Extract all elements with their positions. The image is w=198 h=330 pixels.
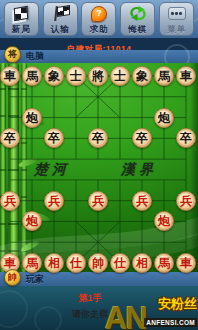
- resign-flag-icon: [53, 5, 68, 22]
- new-game-label: 新局: [12, 25, 31, 34]
- xiangqi-board[interactable]: 楚河 漢界 車馬象士將士象馬車炮炮卒卒卒卒卒兵兵兵兵兵炮炮車馬相仕帥仕相馬車: [0, 63, 198, 272]
- piece-red-advisor[interactable]: 仕: [66, 253, 86, 273]
- player-name: 玩家: [26, 272, 44, 286]
- xiangqi-app: 新局 认输 ? 求助 悔棋: [0, 0, 198, 330]
- undo-label: 悔棋: [128, 25, 147, 34]
- opponent-name: 电脑: [26, 50, 44, 63]
- opponent-seat-piece-icon: 将: [4, 46, 21, 63]
- board-grid: [0, 63, 198, 272]
- piece-red-elephant[interactable]: 相: [44, 253, 64, 273]
- piece-red-elephant[interactable]: 相: [132, 253, 152, 273]
- piece-black-horse[interactable]: 馬: [154, 66, 174, 86]
- piece-black-advisor[interactable]: 士: [66, 66, 86, 86]
- toolbar: 新局 认输 ? 求助 悔棋: [0, 0, 198, 38]
- resign-button[interactable]: 认输: [43, 2, 78, 36]
- help-question-icon: ?: [91, 5, 107, 22]
- new-game-button[interactable]: 新局: [4, 2, 39, 36]
- piece-red-soldier[interactable]: 兵: [0, 191, 20, 211]
- watermark-name: 安粉丝: [158, 295, 197, 313]
- opponent-bar: 将 电脑: [0, 50, 198, 63]
- piece-black-cannon[interactable]: 炮: [154, 108, 174, 128]
- piece-black-elephant[interactable]: 象: [132, 66, 152, 86]
- resign-label: 认输: [51, 25, 70, 34]
- piece-black-elephant[interactable]: 象: [44, 66, 64, 86]
- help-label: 求助: [89, 25, 108, 34]
- piece-red-chariot[interactable]: 車: [176, 253, 196, 273]
- player-bar: 帥 玩家: [0, 272, 198, 286]
- menu-button[interactable]: 菜单: [159, 2, 194, 36]
- piece-black-chariot[interactable]: 車: [0, 66, 20, 86]
- help-button[interactable]: ? 求助: [81, 2, 116, 36]
- piece-black-cannon[interactable]: 炮: [22, 108, 42, 128]
- piece-black-horse[interactable]: 馬: [22, 66, 42, 86]
- watermark-letters: AN: [105, 301, 146, 330]
- piece-red-soldier[interactable]: 兵: [44, 191, 64, 211]
- watermark-site: ANFENSI.COM: [144, 318, 197, 327]
- menu-label: 菜单: [167, 25, 186, 34]
- piece-red-advisor[interactable]: 仕: [110, 253, 130, 273]
- piece-red-horse[interactable]: 馬: [22, 253, 42, 273]
- turn-prompt: 请你走棋: [72, 308, 108, 321]
- status-panel: 第1手 请你走棋 AN 安粉丝 ANFENSI.COM: [0, 286, 198, 330]
- piece-red-soldier[interactable]: 兵: [132, 191, 152, 211]
- piece-red-soldier[interactable]: 兵: [88, 191, 108, 211]
- menu-dots-icon: [168, 5, 186, 22]
- player-seat-piece-icon: 帥: [4, 269, 21, 286]
- piece-red-horse[interactable]: 馬: [154, 253, 174, 273]
- move-number-label: 第1手: [60, 292, 120, 305]
- undo-move-button[interactable]: 悔棋: [120, 2, 155, 36]
- piece-black-general[interactable]: 將: [88, 66, 108, 86]
- piece-black-chariot[interactable]: 車: [176, 66, 196, 86]
- undo-arrows-icon: [130, 5, 146, 22]
- piece-black-advisor[interactable]: 士: [110, 66, 130, 86]
- session-bar: 自建对局:11014: [0, 38, 198, 50]
- piece-red-general[interactable]: 帥: [88, 253, 108, 273]
- piece-red-soldier[interactable]: 兵: [176, 191, 196, 211]
- new-game-cube-icon: [14, 5, 28, 22]
